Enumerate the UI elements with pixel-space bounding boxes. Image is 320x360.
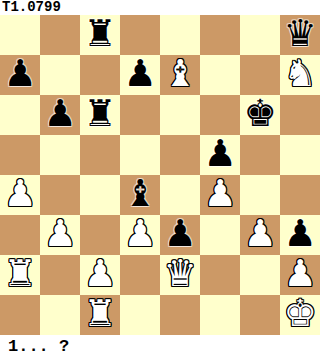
- square-f4[interactable]: ♟: [200, 175, 240, 215]
- square-d1[interactable]: [120, 295, 160, 335]
- square-c5[interactable]: [80, 135, 120, 175]
- square-a2[interactable]: ♜: [0, 255, 40, 295]
- piece-white-king[interactable]: ♚: [283, 294, 316, 334]
- piece-black-rook[interactable]: ♜: [83, 14, 116, 54]
- square-a6[interactable]: [0, 95, 40, 135]
- piece-white-pawn[interactable]: ♟: [203, 174, 236, 214]
- square-a8[interactable]: [0, 15, 40, 55]
- square-c1[interactable]: ♜: [80, 295, 120, 335]
- square-g1[interactable]: [240, 295, 280, 335]
- piece-black-pawn[interactable]: ♟: [163, 214, 196, 254]
- square-a5[interactable]: [0, 135, 40, 175]
- square-g7[interactable]: [240, 55, 280, 95]
- piece-black-queen[interactable]: ♛: [283, 14, 316, 54]
- piece-white-pawn[interactable]: ♟: [3, 174, 36, 214]
- piece-white-rook[interactable]: ♜: [83, 294, 116, 334]
- square-a7[interactable]: ♟: [0, 55, 40, 95]
- square-g5[interactable]: [240, 135, 280, 175]
- square-h1[interactable]: ♚: [280, 295, 320, 335]
- square-d7[interactable]: ♟: [120, 55, 160, 95]
- puzzle-title: T1.0799: [2, 0, 61, 15]
- square-d5[interactable]: [120, 135, 160, 175]
- square-f3[interactable]: [200, 215, 240, 255]
- piece-white-pawn[interactable]: ♟: [43, 214, 76, 254]
- square-h3[interactable]: ♟: [280, 215, 320, 255]
- square-h8[interactable]: ♛: [280, 15, 320, 55]
- square-d6[interactable]: [120, 95, 160, 135]
- square-f2[interactable]: [200, 255, 240, 295]
- piece-black-king[interactable]: ♚: [243, 94, 276, 134]
- piece-black-bishop[interactable]: ♝: [123, 174, 156, 214]
- square-c3[interactable]: [80, 215, 120, 255]
- square-e1[interactable]: [160, 295, 200, 335]
- square-e4[interactable]: [160, 175, 200, 215]
- square-h2[interactable]: ♟: [280, 255, 320, 295]
- piece-black-pawn[interactable]: ♟: [123, 54, 156, 94]
- piece-white-pawn[interactable]: ♟: [283, 254, 316, 294]
- square-d8[interactable]: [120, 15, 160, 55]
- square-e5[interactable]: [160, 135, 200, 175]
- square-c6[interactable]: ♜: [80, 95, 120, 135]
- piece-white-rook[interactable]: ♜: [3, 254, 36, 294]
- square-e6[interactable]: [160, 95, 200, 135]
- move-prompt: 1... ?: [8, 336, 69, 360]
- piece-black-pawn[interactable]: ♟: [43, 94, 76, 134]
- square-b3[interactable]: ♟: [40, 215, 80, 255]
- square-c2[interactable]: ♟: [80, 255, 120, 295]
- piece-white-pawn[interactable]: ♟: [83, 254, 116, 294]
- square-b4[interactable]: [40, 175, 80, 215]
- square-d4[interactable]: ♝: [120, 175, 160, 215]
- square-a3[interactable]: [0, 215, 40, 255]
- square-f8[interactable]: [200, 15, 240, 55]
- square-b8[interactable]: [40, 15, 80, 55]
- piece-white-knight[interactable]: ♞: [283, 54, 316, 94]
- square-b5[interactable]: [40, 135, 80, 175]
- piece-black-rook[interactable]: ♜: [83, 94, 116, 134]
- square-e3[interactable]: ♟: [160, 215, 200, 255]
- chess-board: ♜♛♟♟♝♞♟♜♚♟♟♝♟♟♟♟♟♟♜♟♛♟♜♚: [0, 15, 320, 335]
- square-h4[interactable]: [280, 175, 320, 215]
- square-g3[interactable]: ♟: [240, 215, 280, 255]
- square-b1[interactable]: [40, 295, 80, 335]
- square-d2[interactable]: [120, 255, 160, 295]
- square-h7[interactable]: ♞: [280, 55, 320, 95]
- square-f1[interactable]: [200, 295, 240, 335]
- square-e8[interactable]: [160, 15, 200, 55]
- square-b2[interactable]: [40, 255, 80, 295]
- square-a1[interactable]: [0, 295, 40, 335]
- square-b7[interactable]: [40, 55, 80, 95]
- square-g6[interactable]: ♚: [240, 95, 280, 135]
- square-e7[interactable]: ♝: [160, 55, 200, 95]
- square-g8[interactable]: [240, 15, 280, 55]
- piece-white-bishop[interactable]: ♝: [163, 54, 196, 94]
- square-h5[interactable]: [280, 135, 320, 175]
- square-e2[interactable]: ♛: [160, 255, 200, 295]
- square-c8[interactable]: ♜: [80, 15, 120, 55]
- square-a4[interactable]: ♟: [0, 175, 40, 215]
- square-c7[interactable]: [80, 55, 120, 95]
- piece-black-pawn[interactable]: ♟: [283, 214, 316, 254]
- piece-white-pawn[interactable]: ♟: [123, 214, 156, 254]
- square-b6[interactable]: ♟: [40, 95, 80, 135]
- square-d3[interactable]: ♟: [120, 215, 160, 255]
- square-f7[interactable]: [200, 55, 240, 95]
- square-f6[interactable]: [200, 95, 240, 135]
- piece-black-pawn[interactable]: ♟: [3, 54, 36, 94]
- square-f5[interactable]: ♟: [200, 135, 240, 175]
- square-h6[interactable]: [280, 95, 320, 135]
- piece-white-pawn[interactable]: ♟: [243, 214, 276, 254]
- square-c4[interactable]: [80, 175, 120, 215]
- piece-black-pawn[interactable]: ♟: [203, 134, 236, 174]
- square-g4[interactable]: [240, 175, 280, 215]
- piece-white-queen[interactable]: ♛: [163, 254, 196, 294]
- square-g2[interactable]: [240, 255, 280, 295]
